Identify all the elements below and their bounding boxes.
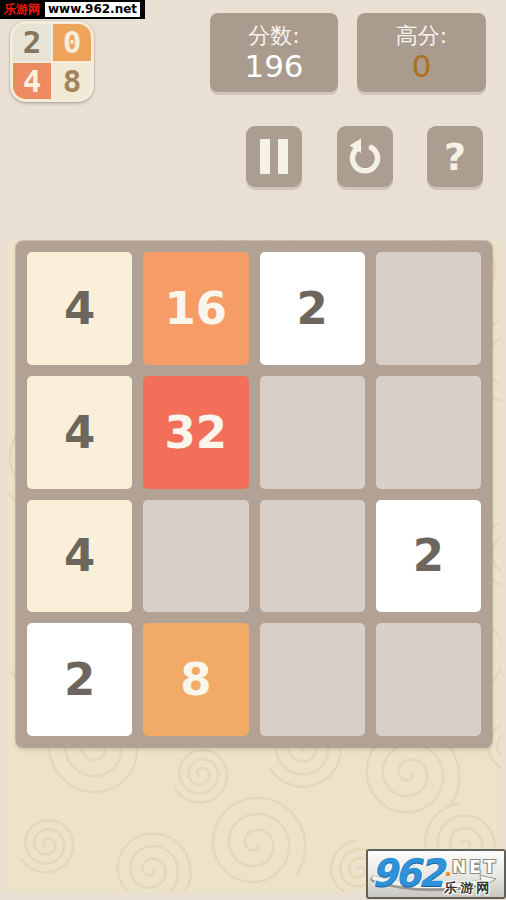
best-score-value: 0 bbox=[412, 49, 432, 84]
empty-cell-r4c3 bbox=[260, 623, 365, 736]
site-url: www.962.net bbox=[45, 2, 140, 17]
score-value: 196 bbox=[244, 49, 303, 84]
empty-cell-r1c4 bbox=[376, 252, 481, 365]
watermark-site-name: 乐游网 bbox=[444, 879, 498, 897]
empty-cell-r2c3 bbox=[260, 376, 365, 489]
score-label: 分数: bbox=[248, 22, 299, 49]
watermark-number: 962 bbox=[371, 852, 441, 894]
empty-cell-r3c2 bbox=[143, 500, 248, 613]
tile-2-r3c4: 2 bbox=[376, 500, 481, 613]
tile-8-r4c2: 8 bbox=[143, 623, 248, 736]
watermark: 962 . NET 乐游网 bbox=[366, 849, 506, 899]
tile-2-r4c1: 2 bbox=[27, 623, 132, 736]
logo-digit-0: 0 bbox=[53, 24, 91, 61]
restart-button[interactable] bbox=[337, 126, 393, 187]
empty-cell-r2c4 bbox=[376, 376, 481, 489]
score-box: 分数: 196 bbox=[210, 13, 338, 92]
pause-button[interactable] bbox=[246, 126, 302, 187]
tile-16-r1c2: 16 bbox=[143, 252, 248, 365]
site-name: 乐游网 bbox=[4, 0, 40, 19]
tile-4-r2c1: 4 bbox=[27, 376, 132, 489]
best-score-box: 高分: 0 bbox=[357, 13, 486, 92]
tile-32-r2c2: 32 bbox=[143, 376, 248, 489]
watermark-row: 962 . NET 乐游网 bbox=[371, 852, 498, 897]
logo-digit-8: 8 bbox=[53, 63, 91, 100]
logo-digit-2: 2 bbox=[13, 24, 51, 61]
watermark-net: NET bbox=[452, 858, 498, 876]
empty-cell-r4c4 bbox=[376, 623, 481, 736]
pause-icon bbox=[260, 139, 288, 174]
tile-4-r3c1: 4 bbox=[27, 500, 132, 613]
empty-cell-r3c3 bbox=[260, 500, 365, 613]
logo-digit-4: 4 bbox=[13, 63, 51, 100]
board[interactable]: 41624324228 bbox=[16, 241, 492, 747]
game-screen: 乐游网 www.962.net 2 0 4 8 分数: 196 高分: 0 ? … bbox=[0, 0, 506, 900]
best-score-label: 高分: bbox=[396, 22, 447, 49]
restart-icon bbox=[344, 136, 386, 178]
watermark-dot: . bbox=[444, 862, 452, 876]
help-icon: ? bbox=[444, 135, 466, 179]
site-bar: 乐游网 www.962.net bbox=[0, 0, 145, 19]
tile-2-r1c3: 2 bbox=[260, 252, 365, 365]
game-logo: 2 0 4 8 bbox=[10, 21, 94, 102]
tile-4-r1c1: 4 bbox=[27, 252, 132, 365]
help-button[interactable]: ? bbox=[427, 126, 483, 187]
